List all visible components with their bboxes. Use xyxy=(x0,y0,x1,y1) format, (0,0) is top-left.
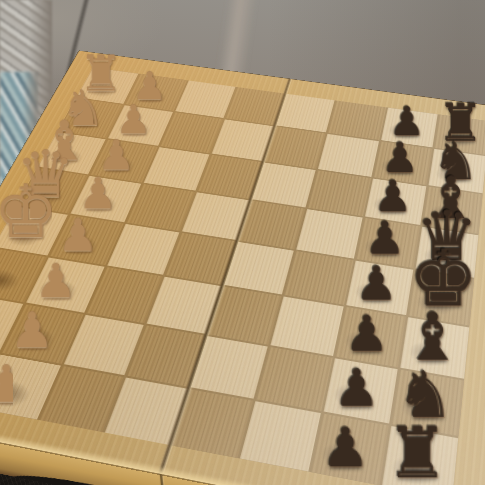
piece-white-pawn-f2: ♟ xyxy=(26,258,86,305)
square-h6 xyxy=(240,401,320,472)
piece-black-rook-h8: ♜ xyxy=(382,419,452,485)
square-c6 xyxy=(308,170,371,216)
piece-black-pawn-e7: ♟ xyxy=(346,261,407,308)
front-face-seam xyxy=(159,474,166,485)
piece-white-bishop-f1: ♝ xyxy=(0,233,28,295)
square-e6 xyxy=(284,251,353,305)
square-h8: ♜ xyxy=(382,426,459,485)
square-a6 xyxy=(328,101,386,140)
chess-board: ♜♟♟♜♞♟♟♞♝♟♟♝♛♟♟♛♚♟♟♚♝♟♟♝♞♟♟♞♜♟♟♜ xyxy=(0,51,485,485)
piece-white-pawn-g2: ♟ xyxy=(1,306,64,355)
square-h7: ♟ xyxy=(310,413,388,485)
piece-white-pawn-h2: ♟ xyxy=(0,359,40,410)
piece-black-pawn-f7: ♟ xyxy=(335,309,398,358)
piece-black-pawn-h7: ♟ xyxy=(310,421,380,475)
photo-chess-scene: ♜♟♟♜♞♟♟♞♝♟♟♝♛♟♟♛♚♟♟♚♝♟♟♝♞♟♟♞♜♟♟♜ xyxy=(0,0,485,485)
piece-white-pawn-e2: ♟ xyxy=(49,213,107,258)
square-f6 xyxy=(271,297,343,356)
square-h2: ♟ xyxy=(0,354,60,419)
square-d3 xyxy=(126,184,195,231)
board-squares: ♜♟♟♜♞♟♟♞♝♟♟♝♛♟♟♛♚♟♟♚♝♟♟♝♞♟♟♞♜♟♟♜ xyxy=(0,67,485,485)
piece-black-pawn-d7: ♟ xyxy=(356,216,414,261)
square-g6 xyxy=(256,347,332,411)
square-d6 xyxy=(297,209,363,259)
piece-black-pawn-g7: ♟ xyxy=(323,363,389,414)
square-b6 xyxy=(318,134,378,176)
board-scene: ♜♟♟♜♞♟♟♞♝♟♟♝♛♟♟♛♚♟♟♚♝♟♟♝♞♟♟♞♜♟♟♜ xyxy=(0,0,485,485)
